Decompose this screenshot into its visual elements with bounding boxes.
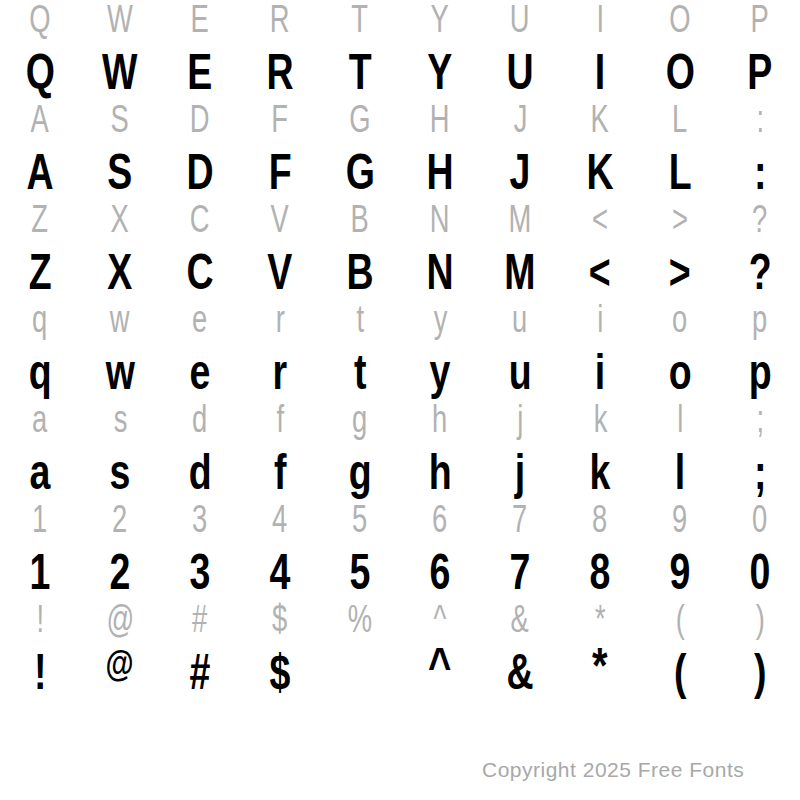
character-cell: 1 <box>0 500 80 538</box>
character-cell: X <box>80 244 160 300</box>
character-cell: 3 <box>160 500 240 538</box>
reference-character: C <box>190 200 210 238</box>
reference-character: # <box>192 600 207 638</box>
font-glyph: N <box>426 247 453 297</box>
reference-character: A <box>31 100 49 138</box>
character-pair-row-qwerty-upper: QWERTYUIOP QWERTYUIOP <box>0 0 800 100</box>
reference-character: P <box>751 0 769 38</box>
character-cell: ; <box>720 444 800 500</box>
reference-character: 2 <box>112 500 127 538</box>
reference-character: f <box>276 400 284 438</box>
character-cell: * <box>560 644 640 700</box>
character-cell: 7 <box>480 544 560 600</box>
reference-character: @ <box>106 600 134 638</box>
reference-character: ) <box>755 600 764 638</box>
character-cell: ( <box>640 644 720 700</box>
reference-character: e <box>192 300 207 338</box>
font-glyph: Z <box>29 247 52 297</box>
font-glyph: 4 <box>270 547 291 597</box>
reference-character: J <box>513 100 527 138</box>
font-glyph: g <box>349 447 372 497</box>
font-glyph: ; <box>754 447 766 497</box>
font-glyph: 7 <box>510 547 531 597</box>
character-cell: 8 <box>560 544 640 600</box>
reference-character: h <box>432 400 447 438</box>
reference-character: 6 <box>432 500 447 538</box>
reference-row: ASDFGHJKL: <box>0 100 800 136</box>
font-glyph: L <box>669 147 692 197</box>
reference-character: u <box>512 300 527 338</box>
character-cell: U <box>480 0 560 38</box>
font-glyph: f <box>274 447 286 497</box>
font-glyph: 9 <box>670 547 691 597</box>
font-glyph: k <box>590 447 611 497</box>
reference-row: qwertyuiop <box>0 300 800 336</box>
character-cell: a <box>0 444 80 500</box>
character-cell: D <box>160 100 240 138</box>
character-cell: P <box>720 0 800 38</box>
character-cell: P <box>720 44 800 100</box>
character-cell: s <box>80 444 160 500</box>
character-cell: H <box>400 144 480 200</box>
reference-character: : <box>756 100 764 138</box>
character-cell: h <box>400 400 480 438</box>
reference-character: Q <box>29 0 50 38</box>
font-glyph: F <box>269 147 292 197</box>
character-cell: E <box>160 44 240 100</box>
character-cell: l <box>640 444 720 500</box>
character-cell: K <box>560 144 640 200</box>
character-cell: ; <box>720 400 800 438</box>
reference-row: asdfghjkl; <box>0 400 800 436</box>
font-glyph: R <box>266 47 293 97</box>
reference-character: p <box>752 300 767 338</box>
character-cell: 9 <box>640 500 720 538</box>
reference-row: QWERTYUIOP <box>0 0 800 36</box>
reference-character: M <box>509 200 532 238</box>
character-cell: T <box>320 0 400 38</box>
reference-character: r <box>275 300 284 338</box>
font-glyph: & <box>506 647 533 697</box>
font-glyph: V <box>267 247 292 297</box>
character-cell: & <box>480 600 560 638</box>
character-cell: y <box>400 300 480 338</box>
reference-character: W <box>107 0 133 38</box>
character-cell: : <box>720 100 800 138</box>
character-cell: e <box>160 300 240 338</box>
character-cell: w <box>80 344 160 400</box>
character-cell: # <box>160 600 240 638</box>
reference-character: % <box>348 600 372 638</box>
font-glyph: O <box>665 47 694 97</box>
character-cell: W <box>80 44 160 100</box>
reference-character: Z <box>32 200 49 238</box>
font-glyph: T <box>349 47 372 97</box>
character-cell: w <box>80 300 160 338</box>
reference-character: q <box>32 300 47 338</box>
reference-character: R <box>270 0 290 38</box>
character-cell: 2 <box>80 544 160 600</box>
character-cell: C <box>160 200 240 238</box>
font-glyph: 5 <box>350 547 371 597</box>
reference-character: ! <box>36 600 44 638</box>
character-cell: g <box>320 444 400 500</box>
character-cell: u <box>480 344 560 400</box>
character-cell: Q <box>0 0 80 38</box>
character-cell: L <box>640 100 720 138</box>
character-cell: G <box>320 144 400 200</box>
font-glyph: j <box>515 447 525 497</box>
character-cell: C <box>160 244 240 300</box>
character-cell: L <box>640 144 720 200</box>
reference-character: 1 <box>32 500 47 538</box>
character-cell: k <box>560 400 640 438</box>
character-cell: Z <box>0 244 80 300</box>
character-cell: t <box>320 300 400 338</box>
font-glyph: # <box>190 647 211 697</box>
character-cell: I <box>560 44 640 100</box>
character-cell: G <box>320 100 400 138</box>
font-glyph: 0 <box>750 547 771 597</box>
reference-character: F <box>272 100 289 138</box>
reference-character: t <box>356 300 364 338</box>
character-cell: p <box>720 344 800 400</box>
character-cell: 5 <box>320 500 400 538</box>
character-cell: ? <box>720 244 800 300</box>
font-glyph: ! <box>34 647 46 697</box>
font-glyph: l <box>675 447 685 497</box>
character-cell: 3 <box>160 544 240 600</box>
font-glyph: 2 <box>110 547 131 597</box>
character-cell: d <box>160 444 240 500</box>
character-cell: ^ <box>400 644 480 700</box>
character-cell: > <box>640 200 720 238</box>
reference-character: 8 <box>592 500 607 538</box>
character-cell: 6 <box>400 500 480 538</box>
glyph-row: asdfghjkl; <box>0 444 800 500</box>
reference-character: j <box>517 400 523 438</box>
reference-character: Y <box>431 0 449 38</box>
character-cell: ? <box>720 200 800 238</box>
reference-character: T <box>352 0 369 38</box>
character-cell: S <box>80 100 160 138</box>
character-cell: H <box>400 100 480 138</box>
character-cell: S <box>80 144 160 200</box>
character-cell: k <box>560 444 640 500</box>
font-glyph: s <box>110 447 131 497</box>
character-cell: y <box>400 344 480 400</box>
character-cell: @ <box>80 600 160 638</box>
font-glyph: $ <box>270 647 291 697</box>
character-cell: < <box>560 200 640 238</box>
reference-character: I <box>596 0 604 38</box>
font-glyph: 1 <box>30 547 51 597</box>
character-cell: $ <box>240 600 320 638</box>
font-glyph: 3 <box>190 547 211 597</box>
font-glyph: G <box>345 147 374 197</box>
character-cell: ^ <box>400 600 480 638</box>
character-cell: M <box>480 200 560 238</box>
character-cell: i <box>560 344 640 400</box>
character-pair-row-asdf-upper: ASDFGHJKL: ASDFGHJKL: <box>0 100 800 200</box>
font-glyph: : <box>754 147 766 197</box>
character-cell: e <box>160 344 240 400</box>
character-pair-row-zxcv-upper: ZXCVBNM<>? ZXCVBNM<>? <box>0 200 800 300</box>
character-pair-row-asdf-lower: asdfghjkl; asdfghjkl; <box>0 400 800 500</box>
font-glyph: p <box>749 347 772 397</box>
character-cell: ! <box>0 644 80 700</box>
reference-character: H <box>430 100 450 138</box>
character-cell: p <box>720 300 800 338</box>
reference-character: $ <box>272 600 287 638</box>
character-cell: ) <box>720 644 800 700</box>
reference-row: 1234567890 <box>0 500 800 536</box>
character-cell: u <box>480 300 560 338</box>
reference-character: U <box>510 0 530 38</box>
character-cell: i <box>560 300 640 338</box>
font-glyph: I <box>595 47 605 97</box>
character-cell: X <box>80 200 160 238</box>
reference-character: N <box>430 200 450 238</box>
reference-character: E <box>191 0 209 38</box>
character-cell: % <box>320 600 400 638</box>
reference-character: k <box>593 400 607 438</box>
reference-character: ( <box>675 600 684 638</box>
glyph-row: qwertyuiop <box>0 344 800 400</box>
reference-character: l <box>677 400 683 438</box>
font-glyph: y <box>430 347 451 397</box>
character-cell: r <box>240 344 320 400</box>
reference-character: 3 <box>192 500 207 538</box>
reference-character: g <box>352 400 367 438</box>
character-cell: ( <box>640 600 720 638</box>
character-cell: 8 <box>560 500 640 538</box>
font-glyph: H <box>426 147 453 197</box>
font-glyph: U <box>506 47 533 97</box>
font-glyph: 6 <box>430 547 451 597</box>
glyph-row: !@#$^&*() <box>0 644 800 700</box>
font-glyph: E <box>187 47 212 97</box>
character-cell: # <box>160 644 240 700</box>
character-cell: R <box>240 44 320 100</box>
character-cell: T <box>320 44 400 100</box>
character-cell: J <box>480 100 560 138</box>
character-cell: o <box>640 300 720 338</box>
character-pair-row-qwerty-lower: qwertyuiop qwertyuiop <box>0 300 800 400</box>
reference-character: B <box>351 200 369 238</box>
font-glyph: X <box>107 247 132 297</box>
reference-character: 7 <box>512 500 527 538</box>
character-cell: < <box>560 244 640 300</box>
font-glyph: u <box>509 347 532 397</box>
font-glyph: d <box>189 447 212 497</box>
font-glyph: o <box>669 347 692 397</box>
glyph-row: QWERTYUIOP <box>0 44 800 100</box>
reference-character: S <box>111 100 129 138</box>
font-glyph: P <box>747 47 772 97</box>
font-glyph: W <box>102 47 137 97</box>
font-glyph: 8 <box>590 547 611 597</box>
character-cell: V <box>240 244 320 300</box>
character-cell: B <box>320 200 400 238</box>
font-glyph: J <box>510 147 531 197</box>
reference-row: !@#$%^&*() <box>0 600 800 636</box>
font-glyph: D <box>186 147 213 197</box>
character-cell: & <box>480 644 560 700</box>
character-cell: W <box>80 0 160 38</box>
character-cell: $ <box>240 644 320 700</box>
font-glyph: e <box>190 347 211 397</box>
reference-character: K <box>591 100 609 138</box>
character-cell: l <box>640 400 720 438</box>
font-glyph: @ <box>106 646 134 682</box>
character-cell: h <box>400 444 480 500</box>
character-cell: K <box>560 100 640 138</box>
font-glyph: r <box>273 347 288 397</box>
reference-character: 0 <box>752 500 767 538</box>
character-cell: Y <box>400 0 480 38</box>
character-cell: J <box>480 144 560 200</box>
reference-character: > <box>672 200 688 238</box>
reference-character: V <box>271 200 289 238</box>
character-cell: : <box>720 144 800 200</box>
reference-character: X <box>111 200 129 238</box>
reference-character: * <box>595 600 606 638</box>
font-glyph: ^ <box>428 641 451 691</box>
character-cell: o <box>640 344 720 400</box>
character-cell: F <box>240 100 320 138</box>
character-cell: M <box>480 244 560 300</box>
reference-character: L <box>672 100 687 138</box>
character-cell: s <box>80 400 160 438</box>
reference-character: s <box>113 400 127 438</box>
character-cell: U <box>480 44 560 100</box>
font-glyph: B <box>346 247 373 297</box>
reference-character: O <box>669 0 690 38</box>
character-cell: @ <box>80 644 160 700</box>
character-cell: q <box>0 344 80 400</box>
character-cell: t <box>320 344 400 400</box>
font-glyph: ( <box>674 647 686 697</box>
font-glyph: Q <box>25 47 54 97</box>
reference-character: ? <box>752 200 767 238</box>
character-cell: > <box>640 244 720 300</box>
font-glyph: A <box>26 147 53 197</box>
glyph-row: ASDFGHJKL: <box>0 144 800 200</box>
reference-character: D <box>190 100 210 138</box>
character-cell: 0 <box>720 500 800 538</box>
reference-character: < <box>592 200 608 238</box>
character-cell: 6 <box>400 544 480 600</box>
font-glyph: a <box>30 447 51 497</box>
character-cell: q <box>0 300 80 338</box>
character-cell: 5 <box>320 544 400 600</box>
character-cell: Y <box>400 44 480 100</box>
reference-character: i <box>597 300 603 338</box>
character-cell: g <box>320 400 400 438</box>
font-glyph: C <box>186 247 213 297</box>
character-cell: * <box>560 600 640 638</box>
character-cell: a <box>0 400 80 438</box>
character-pair-row-digits: 1234567890 1234567890 <box>0 500 800 600</box>
character-pair-row-symbols: !@#$%^&*() !@#$^&*() <box>0 600 800 700</box>
font-glyph: * <box>592 641 608 691</box>
character-cell <box>320 644 400 700</box>
character-cell: B <box>320 244 400 300</box>
character-cell: 9 <box>640 544 720 600</box>
character-cell: N <box>400 200 480 238</box>
character-cell: Z <box>0 200 80 238</box>
character-cell: j <box>480 400 560 438</box>
character-cell: f <box>240 400 320 438</box>
reference-character: 5 <box>352 500 367 538</box>
character-cell: R <box>240 0 320 38</box>
character-cell: r <box>240 300 320 338</box>
character-cell: F <box>240 144 320 200</box>
font-glyph: K <box>586 147 613 197</box>
character-cell: 4 <box>240 500 320 538</box>
reference-character: w <box>110 300 130 338</box>
character-cell: I <box>560 0 640 38</box>
reference-character: & <box>511 600 529 638</box>
font-glyph: ) <box>754 647 766 697</box>
reference-character: 4 <box>272 500 287 538</box>
reference-character: 9 <box>672 500 687 538</box>
character-cell: ) <box>720 600 800 638</box>
reference-character: d <box>192 400 207 438</box>
font-glyph: i <box>595 347 605 397</box>
font-glyph: Y <box>427 47 452 97</box>
font-glyph: w <box>105 347 134 397</box>
reference-character: o <box>672 300 687 338</box>
character-cell: E <box>160 0 240 38</box>
font-glyph: t <box>354 347 366 397</box>
character-cell: V <box>240 200 320 238</box>
specimen-sheet: QWERTYUIOP QWERTYUIOP ASDFGHJKL: ASDFGHJ… <box>0 0 800 700</box>
character-cell: A <box>0 144 80 200</box>
character-cell: N <box>400 244 480 300</box>
reference-row: ZXCVBNM<>? <box>0 200 800 236</box>
character-cell: D <box>160 144 240 200</box>
character-cell: ! <box>0 600 80 638</box>
font-glyph: < <box>589 247 611 297</box>
character-cell: O <box>640 44 720 100</box>
character-cell: O <box>640 0 720 38</box>
font-glyph: ? <box>749 247 772 297</box>
reference-character: ^ <box>434 600 447 638</box>
font-glyph: q <box>29 347 52 397</box>
font-glyph: S <box>107 147 132 197</box>
character-cell: 1 <box>0 544 80 600</box>
font-glyph: > <box>669 247 691 297</box>
character-cell: j <box>480 444 560 500</box>
character-cell: 2 <box>80 500 160 538</box>
font-glyph: h <box>429 447 452 497</box>
font-glyph: M <box>504 247 535 297</box>
character-cell: A <box>0 100 80 138</box>
reference-character: G <box>349 100 370 138</box>
character-cell: 0 <box>720 544 800 600</box>
glyph-row: 1234567890 <box>0 544 800 600</box>
reference-character: y <box>433 300 447 338</box>
character-cell: Q <box>0 44 80 100</box>
reference-character: a <box>32 400 47 438</box>
glyph-row: ZXCVBNM<>? <box>0 244 800 300</box>
character-cell: 4 <box>240 544 320 600</box>
reference-character: ; <box>756 400 764 438</box>
character-cell: f <box>240 444 320 500</box>
character-cell: d <box>160 400 240 438</box>
